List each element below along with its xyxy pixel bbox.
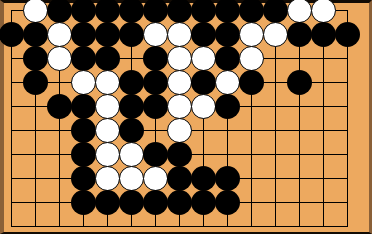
black-stone <box>23 22 48 47</box>
white-stone <box>95 70 120 95</box>
black-stone <box>71 0 96 23</box>
black-stone <box>71 118 96 143</box>
black-stone <box>47 94 72 119</box>
white-stone <box>95 142 120 167</box>
black-stone <box>95 46 120 71</box>
black-stone <box>215 166 240 191</box>
black-stone <box>119 190 144 215</box>
white-stone <box>95 118 120 143</box>
black-stone <box>167 166 192 191</box>
black-stone <box>167 142 192 167</box>
black-stone <box>47 0 72 23</box>
white-stone <box>215 70 240 95</box>
white-stone <box>287 0 312 23</box>
white-stone <box>119 142 144 167</box>
white-stone <box>239 22 264 47</box>
black-stone <box>287 70 312 95</box>
white-stone <box>263 22 288 47</box>
white-stone <box>95 94 120 119</box>
white-stone <box>71 70 96 95</box>
black-stone <box>191 22 216 47</box>
black-stone <box>71 46 96 71</box>
black-stone <box>119 118 144 143</box>
black-stone <box>71 190 96 215</box>
black-stone <box>167 190 192 215</box>
white-stone <box>167 118 192 143</box>
black-stone <box>215 190 240 215</box>
black-stone <box>143 46 168 71</box>
black-stone <box>95 190 120 215</box>
white-stone <box>167 94 192 119</box>
white-stone <box>191 94 216 119</box>
black-stone <box>191 166 216 191</box>
white-stone <box>167 22 192 47</box>
black-stone <box>143 70 168 95</box>
black-stone <box>71 94 96 119</box>
white-stone <box>95 166 120 191</box>
black-stone <box>167 0 192 23</box>
white-stone <box>167 46 192 71</box>
black-stone <box>311 22 336 47</box>
white-stone <box>239 46 264 71</box>
black-stone <box>335 22 360 47</box>
white-stone <box>143 166 168 191</box>
black-stone <box>239 70 264 95</box>
black-stone <box>71 142 96 167</box>
black-stone <box>215 46 240 71</box>
black-stone <box>119 0 144 23</box>
black-stone <box>287 22 312 47</box>
black-stone <box>95 0 120 23</box>
black-stone <box>23 46 48 71</box>
black-stone <box>215 22 240 47</box>
black-stone <box>191 190 216 215</box>
black-stone <box>95 22 120 47</box>
black-stone <box>191 70 216 95</box>
black-stone <box>215 94 240 119</box>
white-stone <box>311 0 336 23</box>
black-stone <box>71 22 96 47</box>
black-stone <box>71 166 96 191</box>
white-stone <box>47 46 72 71</box>
black-stone <box>143 142 168 167</box>
white-stone <box>119 166 144 191</box>
black-stone <box>119 70 144 95</box>
white-stone <box>191 46 216 71</box>
black-stone <box>119 94 144 119</box>
black-stone <box>215 0 240 23</box>
black-stone <box>143 94 168 119</box>
black-stone <box>0 22 24 47</box>
black-stone <box>191 0 216 23</box>
black-stone <box>143 190 168 215</box>
white-stone <box>23 0 48 23</box>
screenshot <box>0 0 372 234</box>
black-stone <box>143 0 168 23</box>
black-stone <box>239 0 264 23</box>
black-stone <box>263 0 288 23</box>
white-stone <box>167 70 192 95</box>
black-stone <box>23 70 48 95</box>
black-stone <box>119 22 144 47</box>
grid-line-horizontal <box>11 226 348 227</box>
go-board <box>0 0 372 234</box>
white-stone <box>143 22 168 47</box>
white-stone <box>47 22 72 47</box>
